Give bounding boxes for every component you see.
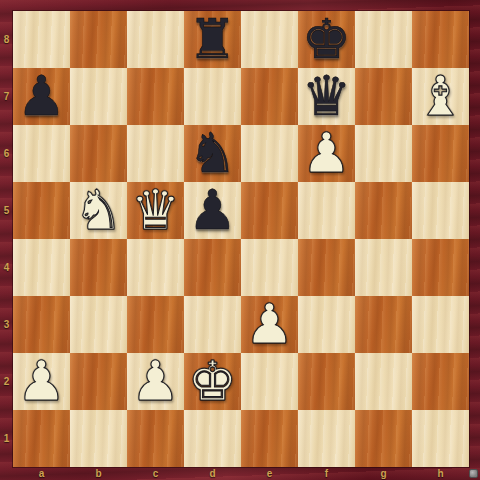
square-h4[interactable] (412, 239, 469, 296)
square-f1[interactable] (298, 410, 355, 467)
square-a1[interactable] (13, 410, 70, 467)
chess-board: ♜♚♟♛♝♞♟♞♛♟♟♟♟♚ (13, 11, 469, 467)
file-label-a: a (13, 466, 70, 480)
file-label-e: e (241, 466, 298, 480)
square-f2[interactable] (298, 353, 355, 410)
square-e4[interactable] (241, 239, 298, 296)
square-f5[interactable] (298, 182, 355, 239)
square-h3[interactable] (412, 296, 469, 353)
square-a6[interactable] (13, 125, 70, 182)
square-f8[interactable]: ♚ (298, 11, 355, 68)
square-d5[interactable]: ♟ (184, 182, 241, 239)
square-h6[interactable] (412, 125, 469, 182)
square-e5[interactable] (241, 182, 298, 239)
square-b2[interactable] (70, 353, 127, 410)
square-b8[interactable] (70, 11, 127, 68)
black-pawn[interactable]: ♟ (188, 182, 237, 239)
black-pawn[interactable]: ♟ (17, 68, 66, 125)
square-a8[interactable] (13, 11, 70, 68)
square-d4[interactable] (184, 239, 241, 296)
file-label-d: d (184, 466, 241, 480)
square-g5[interactable] (355, 182, 412, 239)
square-h5[interactable] (412, 182, 469, 239)
square-f3[interactable] (298, 296, 355, 353)
square-f4[interactable] (298, 239, 355, 296)
rank-label-2: 2 (0, 353, 13, 410)
square-b7[interactable] (70, 68, 127, 125)
white-pawn[interactable]: ♟ (302, 125, 351, 182)
square-e8[interactable] (241, 11, 298, 68)
resize-grip-icon[interactable] (469, 469, 478, 478)
square-a4[interactable] (13, 239, 70, 296)
white-pawn[interactable]: ♟ (17, 353, 66, 410)
rank-label-8: 8 (0, 11, 13, 68)
square-b4[interactable] (70, 239, 127, 296)
white-king[interactable]: ♚ (188, 353, 237, 410)
square-c6[interactable] (127, 125, 184, 182)
white-pawn[interactable]: ♟ (131, 353, 180, 410)
white-queen[interactable]: ♛ (131, 182, 180, 239)
white-pawn[interactable]: ♟ (245, 296, 294, 353)
square-c3[interactable] (127, 296, 184, 353)
rank-label-5: 5 (0, 182, 13, 239)
square-e3[interactable]: ♟ (241, 296, 298, 353)
square-a2[interactable]: ♟ (13, 353, 70, 410)
square-a5[interactable] (13, 182, 70, 239)
square-e6[interactable] (241, 125, 298, 182)
square-b3[interactable] (70, 296, 127, 353)
white-bishop[interactable]: ♝ (416, 68, 465, 125)
rank-label-6: 6 (0, 125, 13, 182)
rank-label-4: 4 (0, 239, 13, 296)
square-g1[interactable] (355, 410, 412, 467)
square-c7[interactable] (127, 68, 184, 125)
square-a3[interactable] (13, 296, 70, 353)
rank-labels: 87654321 (0, 11, 13, 467)
square-f7[interactable]: ♛ (298, 68, 355, 125)
square-e2[interactable] (241, 353, 298, 410)
square-c1[interactable] (127, 410, 184, 467)
rank-label-3: 3 (0, 296, 13, 353)
square-g2[interactable] (355, 353, 412, 410)
black-knight[interactable]: ♞ (188, 125, 237, 182)
square-c4[interactable] (127, 239, 184, 296)
square-b5[interactable]: ♞ (70, 182, 127, 239)
white-knight[interactable]: ♞ (74, 182, 123, 239)
square-d6[interactable]: ♞ (184, 125, 241, 182)
square-b1[interactable] (70, 410, 127, 467)
black-rook[interactable]: ♜ (188, 11, 237, 68)
board-frame: ♜♚♟♛♝♞♟♞♛♟♟♟♟♚ 87654321 abcdefgh (0, 0, 480, 480)
rank-label-7: 7 (0, 68, 13, 125)
square-d8[interactable]: ♜ (184, 11, 241, 68)
square-d2[interactable]: ♚ (184, 353, 241, 410)
square-h7[interactable]: ♝ (412, 68, 469, 125)
square-g4[interactable] (355, 239, 412, 296)
file-labels: abcdefgh (13, 466, 469, 480)
square-g6[interactable] (355, 125, 412, 182)
file-label-c: c (127, 466, 184, 480)
square-h8[interactable] (412, 11, 469, 68)
square-d7[interactable] (184, 68, 241, 125)
square-g8[interactable] (355, 11, 412, 68)
black-queen[interactable]: ♛ (302, 68, 351, 125)
square-c2[interactable]: ♟ (127, 353, 184, 410)
square-f6[interactable]: ♟ (298, 125, 355, 182)
square-g7[interactable] (355, 68, 412, 125)
file-label-h: h (412, 466, 469, 480)
square-a7[interactable]: ♟ (13, 68, 70, 125)
square-d3[interactable] (184, 296, 241, 353)
file-label-g: g (355, 466, 412, 480)
square-c5[interactable]: ♛ (127, 182, 184, 239)
square-h2[interactable] (412, 353, 469, 410)
square-g3[interactable] (355, 296, 412, 353)
square-b6[interactable] (70, 125, 127, 182)
square-h1[interactable] (412, 410, 469, 467)
black-king[interactable]: ♚ (302, 11, 351, 68)
file-label-b: b (70, 466, 127, 480)
square-d1[interactable] (184, 410, 241, 467)
rank-label-1: 1 (0, 410, 13, 467)
square-e7[interactable] (241, 68, 298, 125)
file-label-f: f (298, 466, 355, 480)
square-c8[interactable] (127, 11, 184, 68)
square-e1[interactable] (241, 410, 298, 467)
